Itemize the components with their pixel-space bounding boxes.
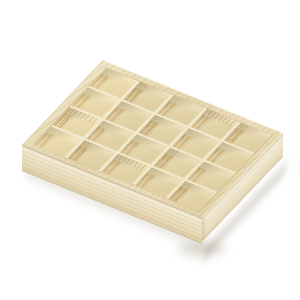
product-photo-scene xyxy=(0,0,300,300)
